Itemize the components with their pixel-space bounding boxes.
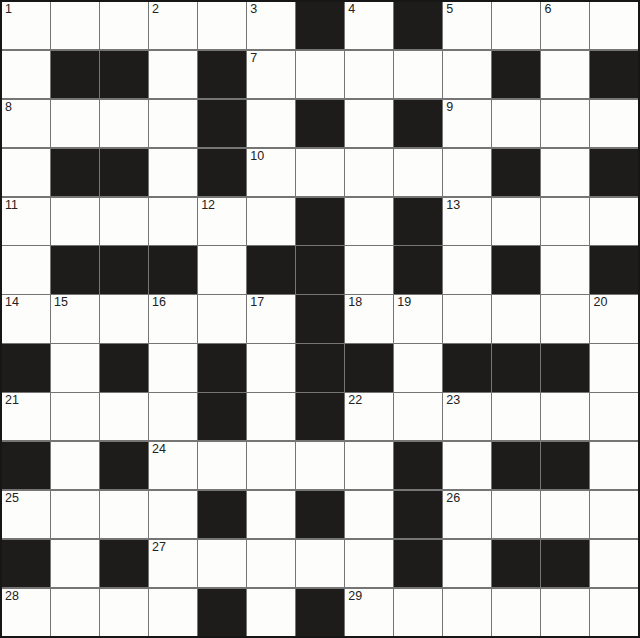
- block-cell: [2, 442, 50, 489]
- letter-cell[interactable]: [590, 540, 638, 587]
- letter-cell[interactable]: 3: [247, 2, 295, 49]
- letter-cell[interactable]: [345, 100, 393, 147]
- block-cell: [492, 540, 540, 587]
- letter-cell[interactable]: 23: [443, 393, 491, 440]
- letter-cell[interactable]: [51, 393, 99, 440]
- block-cell: [247, 246, 295, 293]
- letter-cell[interactable]: [247, 344, 295, 391]
- letter-cell[interactable]: 16: [149, 295, 197, 342]
- letter-cell[interactable]: [100, 491, 148, 538]
- block-cell: [51, 51, 99, 98]
- letter-cell[interactable]: [590, 198, 638, 245]
- letter-cell[interactable]: [100, 198, 148, 245]
- block-cell: [2, 344, 50, 391]
- letter-cell[interactable]: [541, 246, 589, 293]
- block-cell: [394, 198, 442, 245]
- clue-number: 14: [5, 296, 19, 309]
- letter-cell[interactable]: [100, 100, 148, 147]
- letter-cell[interactable]: [541, 393, 589, 440]
- block-cell: [345, 344, 393, 391]
- letter-cell[interactable]: 8: [2, 100, 50, 147]
- letter-cell[interactable]: [247, 491, 295, 538]
- clue-number: 18: [348, 296, 362, 309]
- letter-cell[interactable]: [394, 344, 442, 391]
- clue-number: 8: [5, 101, 12, 114]
- block-cell: [100, 246, 148, 293]
- block-cell: [394, 246, 442, 293]
- letter-cell[interactable]: [51, 589, 99, 636]
- letter-cell[interactable]: [247, 393, 295, 440]
- block-cell: [296, 246, 344, 293]
- clue-number: 26: [446, 492, 460, 505]
- letter-cell[interactable]: [443, 295, 491, 342]
- letter-cell[interactable]: [100, 589, 148, 636]
- block-cell: [590, 246, 638, 293]
- letter-cell[interactable]: [198, 540, 246, 587]
- letter-cell[interactable]: [394, 149, 442, 196]
- letter-cell[interactable]: 26: [443, 491, 491, 538]
- letter-cell[interactable]: [492, 2, 540, 49]
- clue-number: 20: [593, 296, 607, 309]
- clue-number: 15: [54, 296, 68, 309]
- letter-cell[interactable]: [541, 491, 589, 538]
- block-cell: [590, 51, 638, 98]
- letter-cell[interactable]: [492, 589, 540, 636]
- letter-cell[interactable]: [345, 51, 393, 98]
- block-cell: [2, 540, 50, 587]
- letter-cell[interactable]: [590, 589, 638, 636]
- block-cell: [492, 51, 540, 98]
- block-cell: [443, 344, 491, 391]
- letter-cell[interactable]: 22: [345, 393, 393, 440]
- letter-cell[interactable]: [247, 540, 295, 587]
- letter-cell[interactable]: [590, 344, 638, 391]
- block-cell: [394, 442, 442, 489]
- letter-cell[interactable]: [541, 198, 589, 245]
- letter-cell[interactable]: [2, 149, 50, 196]
- letter-cell[interactable]: 2: [149, 2, 197, 49]
- letter-cell[interactable]: [590, 442, 638, 489]
- block-cell: [149, 246, 197, 293]
- letter-cell[interactable]: [149, 491, 197, 538]
- letter-cell[interactable]: 5: [443, 2, 491, 49]
- block-cell: [296, 589, 344, 636]
- letter-cell[interactable]: [590, 2, 638, 49]
- letter-cell[interactable]: 18: [345, 295, 393, 342]
- block-cell: [296, 393, 344, 440]
- letter-cell[interactable]: [2, 51, 50, 98]
- letter-cell[interactable]: [100, 2, 148, 49]
- letter-cell[interactable]: [443, 442, 491, 489]
- letter-cell[interactable]: 21: [2, 393, 50, 440]
- letter-cell[interactable]: [100, 295, 148, 342]
- clue-number: 16: [152, 296, 166, 309]
- letter-cell[interactable]: 7: [247, 51, 295, 98]
- letter-cell[interactable]: [541, 100, 589, 147]
- block-cell: [394, 540, 442, 587]
- block-cell: [51, 149, 99, 196]
- block-cell: [541, 442, 589, 489]
- letter-cell[interactable]: 29: [345, 589, 393, 636]
- clue-number: 17: [250, 296, 264, 309]
- letter-cell[interactable]: [443, 149, 491, 196]
- clue-number: 22: [348, 394, 362, 407]
- letter-cell[interactable]: 27: [149, 540, 197, 587]
- block-cell: [198, 149, 246, 196]
- letter-cell[interactable]: [198, 295, 246, 342]
- clue-number: 25: [5, 492, 19, 505]
- block-cell: [100, 51, 148, 98]
- clue-number: 11: [5, 199, 18, 212]
- clue-number: 6: [544, 3, 551, 16]
- letter-cell[interactable]: [394, 51, 442, 98]
- letter-cell[interactable]: [541, 295, 589, 342]
- letter-cell[interactable]: [590, 393, 638, 440]
- letter-cell[interactable]: [149, 198, 197, 245]
- letter-cell[interactable]: 14: [2, 295, 50, 342]
- block-cell: [100, 540, 148, 587]
- letter-cell[interactable]: 25: [2, 491, 50, 538]
- letter-cell[interactable]: 13: [443, 198, 491, 245]
- letter-cell[interactable]: [51, 100, 99, 147]
- letter-cell[interactable]: [198, 442, 246, 489]
- letter-cell[interactable]: [345, 540, 393, 587]
- letter-cell[interactable]: [247, 589, 295, 636]
- letter-cell[interactable]: 15: [51, 295, 99, 342]
- letter-cell[interactable]: 6: [541, 2, 589, 49]
- block-cell: [394, 2, 442, 49]
- letter-cell[interactable]: [198, 246, 246, 293]
- block-cell: [198, 344, 246, 391]
- clue-number: 13: [446, 199, 460, 212]
- letter-cell[interactable]: [2, 246, 50, 293]
- letter-cell[interactable]: [247, 100, 295, 147]
- letter-cell[interactable]: [149, 100, 197, 147]
- clue-number: 3: [250, 3, 257, 16]
- letter-cell[interactable]: 20: [590, 295, 638, 342]
- clue-number: 23: [446, 394, 460, 407]
- clue-number: 2: [152, 3, 159, 16]
- letter-cell[interactable]: [51, 344, 99, 391]
- letter-cell[interactable]: [149, 51, 197, 98]
- block-cell: [100, 442, 148, 489]
- letter-cell[interactable]: 17: [247, 295, 295, 342]
- letter-cell[interactable]: [149, 589, 197, 636]
- letter-cell[interactable]: [345, 442, 393, 489]
- block-cell: [394, 100, 442, 147]
- letter-cell[interactable]: 19: [394, 295, 442, 342]
- clue-number: 10: [250, 150, 264, 163]
- letter-cell[interactable]: [443, 540, 491, 587]
- crossword-board: 1234567891011121314151617181920212223242…: [0, 0, 640, 638]
- block-cell: [51, 246, 99, 293]
- letter-cell[interactable]: [492, 491, 540, 538]
- clue-number: 5: [446, 3, 453, 16]
- block-cell: [198, 51, 246, 98]
- letter-cell[interactable]: 4: [345, 2, 393, 49]
- letter-cell[interactable]: 11: [2, 198, 50, 245]
- clue-number: 27: [152, 541, 166, 554]
- letter-cell[interactable]: [443, 51, 491, 98]
- block-cell: [198, 100, 246, 147]
- letter-cell[interactable]: [541, 51, 589, 98]
- clue-number: 7: [250, 52, 257, 65]
- block-cell: [296, 198, 344, 245]
- block-cell: [492, 344, 540, 391]
- clue-number: 29: [348, 590, 362, 603]
- block-cell: [100, 149, 148, 196]
- clue-number: 9: [446, 101, 453, 114]
- letter-cell[interactable]: [296, 51, 344, 98]
- letter-cell[interactable]: [541, 589, 589, 636]
- letter-cell[interactable]: 24: [149, 442, 197, 489]
- block-cell: [492, 149, 540, 196]
- block-cell: [296, 295, 344, 342]
- letter-cell[interactable]: [51, 2, 99, 49]
- block-cell: [296, 344, 344, 391]
- letter-cell[interactable]: [247, 442, 295, 489]
- clue-number: 24: [152, 443, 166, 456]
- letter-cell[interactable]: [492, 393, 540, 440]
- letter-cell[interactable]: [492, 100, 540, 147]
- letter-cell[interactable]: [492, 295, 540, 342]
- letter-cell[interactable]: [541, 149, 589, 196]
- letter-cell[interactable]: 9: [443, 100, 491, 147]
- letter-cell[interactable]: 1: [2, 2, 50, 49]
- letter-cell[interactable]: [345, 246, 393, 293]
- letter-cell[interactable]: [590, 491, 638, 538]
- block-cell: [296, 100, 344, 147]
- block-cell: [296, 491, 344, 538]
- clue-number: 12: [201, 199, 215, 212]
- block-cell: [198, 589, 246, 636]
- block-cell: [198, 393, 246, 440]
- letter-cell[interactable]: [345, 149, 393, 196]
- clue-number: 21: [5, 394, 19, 407]
- block-cell: [541, 344, 589, 391]
- letter-cell[interactable]: [443, 589, 491, 636]
- letter-cell[interactable]: 12: [198, 198, 246, 245]
- block-cell: [590, 149, 638, 196]
- letter-cell[interactable]: [590, 100, 638, 147]
- letter-cell[interactable]: [394, 393, 442, 440]
- block-cell: [492, 246, 540, 293]
- clue-number: 4: [348, 3, 355, 16]
- letter-cell[interactable]: [296, 540, 344, 587]
- letter-cell[interactable]: [149, 344, 197, 391]
- block-cell: [394, 491, 442, 538]
- letter-cell[interactable]: [149, 393, 197, 440]
- block-cell: [198, 491, 246, 538]
- block-cell: [296, 2, 344, 49]
- letter-cell[interactable]: [345, 198, 393, 245]
- letter-cell[interactable]: [394, 589, 442, 636]
- block-cell: [492, 442, 540, 489]
- clue-number: 28: [5, 590, 19, 603]
- letter-cell[interactable]: [198, 2, 246, 49]
- letter-cell[interactable]: [100, 393, 148, 440]
- block-cell: [100, 344, 148, 391]
- clue-number: 1: [5, 3, 12, 16]
- letter-cell[interactable]: [296, 442, 344, 489]
- letter-cell[interactable]: [51, 442, 99, 489]
- letter-cell[interactable]: [51, 540, 99, 587]
- letter-cell[interactable]: [51, 491, 99, 538]
- block-cell: [541, 540, 589, 587]
- letter-cell[interactable]: [296, 149, 344, 196]
- letter-cell[interactable]: [492, 198, 540, 245]
- letter-cell[interactable]: [247, 198, 295, 245]
- letter-cell[interactable]: [51, 198, 99, 245]
- clue-number: 19: [397, 296, 411, 309]
- letter-cell[interactable]: [149, 149, 197, 196]
- letter-cell[interactable]: 28: [2, 589, 50, 636]
- letter-cell[interactable]: 10: [247, 149, 295, 196]
- letter-cell[interactable]: [443, 246, 491, 293]
- letter-cell[interactable]: [345, 491, 393, 538]
